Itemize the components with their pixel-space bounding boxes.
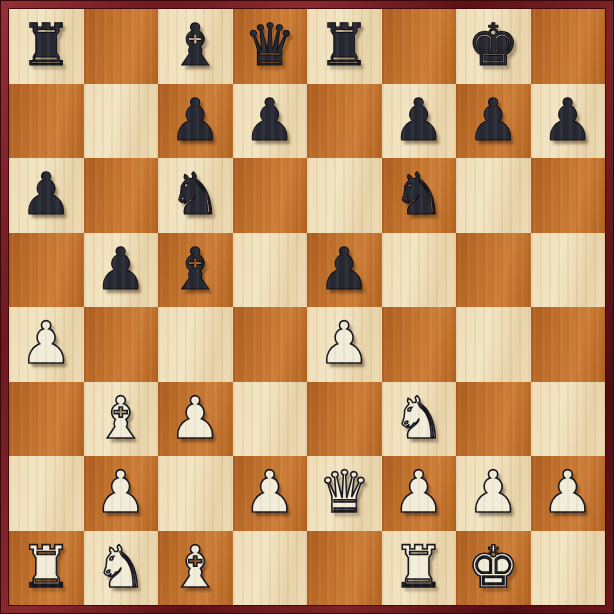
square-b1[interactable]: ♞ [84,531,159,606]
square-b6[interactable] [84,158,159,233]
square-e8[interactable]: ♜ [307,9,382,84]
square-b8[interactable] [84,9,159,84]
square-f5[interactable] [382,233,457,308]
square-a3[interactable] [9,382,84,457]
square-b7[interactable] [84,84,159,159]
piece-black-pawn[interactable]: ♟ [393,91,445,149]
square-c6[interactable]: ♞ [158,158,233,233]
square-e5[interactable]: ♟ [307,233,382,308]
square-h4[interactable] [531,307,606,382]
square-a1[interactable]: ♜ [9,531,84,606]
piece-black-pawn[interactable]: ♟ [244,91,296,149]
square-d1[interactable] [233,531,308,606]
square-g4[interactable] [456,307,531,382]
square-a6[interactable]: ♟ [9,158,84,233]
square-d7[interactable]: ♟ [233,84,308,159]
piece-white-pawn[interactable]: ♟ [542,463,594,521]
square-d8[interactable]: ♛ [233,9,308,84]
square-e2[interactable]: ♛ [307,456,382,531]
square-g3[interactable] [456,382,531,457]
square-e4[interactable]: ♟ [307,307,382,382]
piece-black-bishop[interactable]: ♝ [169,16,221,74]
piece-white-bishop[interactable]: ♝ [169,538,221,596]
square-g1[interactable]: ♚ [456,531,531,606]
square-b4[interactable] [84,307,159,382]
square-d2[interactable]: ♟ [233,456,308,531]
square-a2[interactable] [9,456,84,531]
square-a8[interactable]: ♜ [9,9,84,84]
square-c7[interactable]: ♟ [158,84,233,159]
square-g6[interactable] [456,158,531,233]
piece-black-pawn[interactable]: ♟ [467,91,519,149]
piece-black-rook[interactable]: ♜ [318,16,370,74]
piece-black-knight[interactable]: ♞ [169,165,221,223]
square-b3[interactable]: ♝ [84,382,159,457]
square-f1[interactable]: ♜ [382,531,457,606]
square-f7[interactable]: ♟ [382,84,457,159]
square-d5[interactable] [233,233,308,308]
square-h6[interactable] [531,158,606,233]
piece-black-king[interactable]: ♚ [467,16,519,74]
piece-white-bishop[interactable]: ♝ [95,389,147,447]
square-f2[interactable]: ♟ [382,456,457,531]
square-a4[interactable]: ♟ [9,307,84,382]
piece-black-pawn[interactable]: ♟ [318,240,370,298]
board-frame: ♜♝♛♜♚♟♟♟♟♟♟♞♞♟♝♟♟♟♝♟♞♟♟♛♟♟♟♜♞♝♜♚ [0,0,614,614]
chess-app-window: ♜♝♛♜♚♟♟♟♟♟♟♞♞♟♝♟♟♟♝♟♞♟♟♛♟♟♟♜♞♝♜♚ [0,0,614,614]
square-c3[interactable]: ♟ [158,382,233,457]
square-g5[interactable] [456,233,531,308]
piece-white-king[interactable]: ♚ [467,538,519,596]
square-a7[interactable] [9,84,84,159]
piece-white-rook[interactable]: ♜ [393,538,445,596]
square-h2[interactable]: ♟ [531,456,606,531]
piece-black-pawn[interactable]: ♟ [20,165,72,223]
square-b2[interactable]: ♟ [84,456,159,531]
square-h5[interactable] [531,233,606,308]
square-e3[interactable] [307,382,382,457]
piece-white-pawn[interactable]: ♟ [244,463,296,521]
piece-black-knight[interactable]: ♞ [393,165,445,223]
piece-white-pawn[interactable]: ♟ [393,463,445,521]
piece-black-pawn[interactable]: ♟ [169,91,221,149]
square-h3[interactable] [531,382,606,457]
piece-black-bishop[interactable]: ♝ [169,240,221,298]
piece-black-queen[interactable]: ♛ [244,16,296,74]
square-g2[interactable]: ♟ [456,456,531,531]
piece-white-pawn[interactable]: ♟ [467,463,519,521]
piece-black-pawn[interactable]: ♟ [95,240,147,298]
square-h8[interactable] [531,9,606,84]
square-c2[interactable] [158,456,233,531]
square-f4[interactable] [382,307,457,382]
square-f6[interactable]: ♞ [382,158,457,233]
square-d6[interactable] [233,158,308,233]
square-b5[interactable]: ♟ [84,233,159,308]
square-e1[interactable] [307,531,382,606]
piece-white-pawn[interactable]: ♟ [318,314,370,372]
square-h7[interactable]: ♟ [531,84,606,159]
piece-white-queen[interactable]: ♛ [318,463,370,521]
square-d3[interactable] [233,382,308,457]
square-e6[interactable] [307,158,382,233]
piece-black-pawn[interactable]: ♟ [542,91,594,149]
chess-board: ♜♝♛♜♚♟♟♟♟♟♟♞♞♟♝♟♟♟♝♟♞♟♟♛♟♟♟♜♞♝♜♚ [8,8,606,606]
piece-white-pawn[interactable]: ♟ [95,463,147,521]
square-c4[interactable] [158,307,233,382]
square-h1[interactable] [531,531,606,606]
piece-black-rook[interactable]: ♜ [20,16,72,74]
piece-white-pawn[interactable]: ♟ [169,389,221,447]
square-c1[interactable]: ♝ [158,531,233,606]
square-c5[interactable]: ♝ [158,233,233,308]
piece-white-rook[interactable]: ♜ [20,538,72,596]
square-d4[interactable] [233,307,308,382]
piece-white-knight[interactable]: ♞ [95,538,147,596]
square-e7[interactable] [307,84,382,159]
square-f3[interactable]: ♞ [382,382,457,457]
square-g8[interactable]: ♚ [456,9,531,84]
square-f8[interactable] [382,9,457,84]
square-a5[interactable] [9,233,84,308]
square-c8[interactable]: ♝ [158,9,233,84]
piece-white-knight[interactable]: ♞ [393,389,445,447]
piece-white-pawn[interactable]: ♟ [20,314,72,372]
square-g7[interactable]: ♟ [456,84,531,159]
